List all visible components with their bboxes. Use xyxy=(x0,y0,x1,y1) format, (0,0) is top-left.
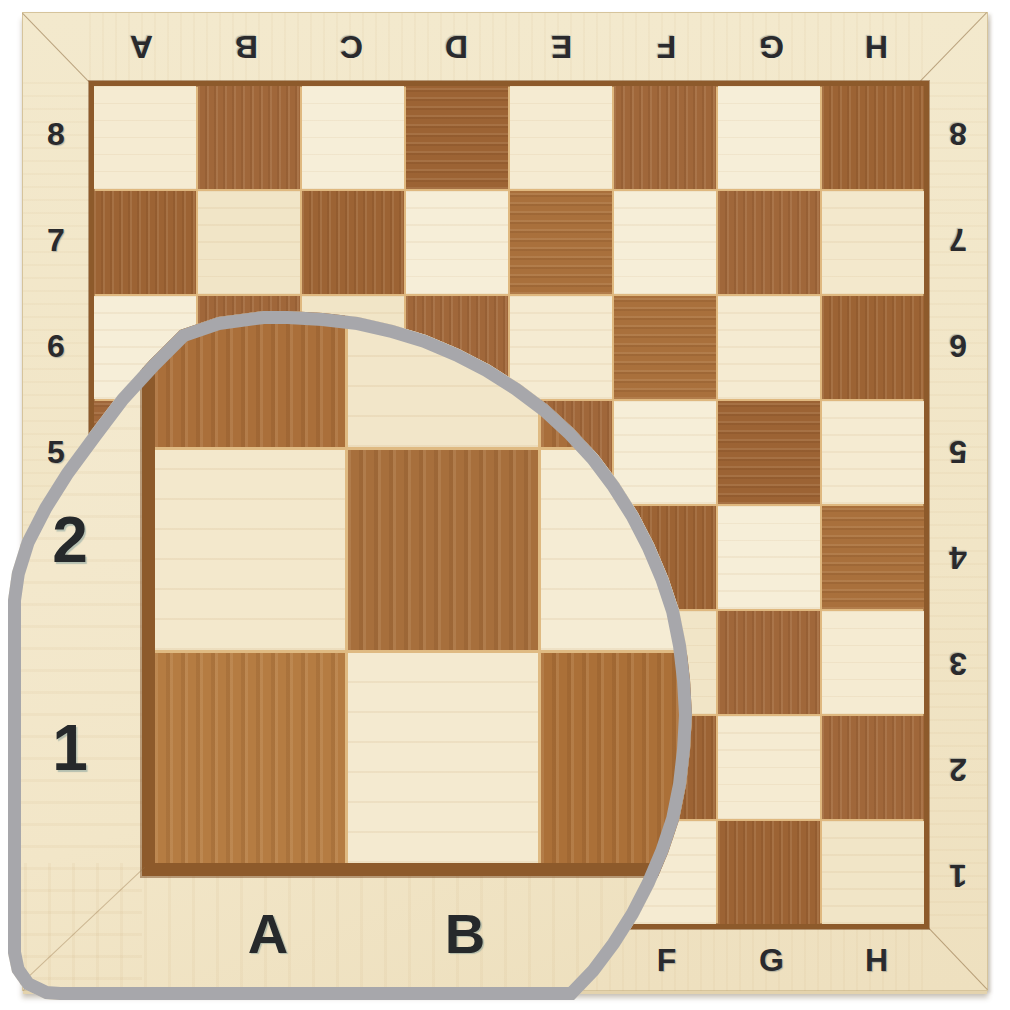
coord-top-f: F xyxy=(614,13,719,81)
coord-top-h: H xyxy=(824,13,929,81)
square-g2[interactable] xyxy=(718,716,820,819)
screenshot: ABCDEFGH ABCDEFGH 87654321 87654321 2 1 … xyxy=(0,0,1010,1010)
coord-bottom-f: F xyxy=(614,929,719,991)
coord-right-8: 8 xyxy=(929,81,987,187)
square-g5[interactable] xyxy=(718,401,820,504)
coord-left-8: 8 xyxy=(23,81,89,187)
inset-square-a2 xyxy=(155,450,345,650)
coord-right-1: 1 xyxy=(929,823,987,929)
inset-rank-label-2: 2 xyxy=(52,503,88,577)
coord-bottom-g: G xyxy=(719,929,824,991)
coord-top-d: D xyxy=(404,13,509,81)
square-f5[interactable] xyxy=(614,401,716,504)
square-e7[interactable] xyxy=(510,191,612,294)
coords-right: 87654321 xyxy=(929,81,987,929)
square-c7[interactable] xyxy=(302,191,404,294)
inset-rank-label-1: 1 xyxy=(52,711,88,785)
square-h7[interactable] xyxy=(822,191,924,294)
coord-left-6: 6 xyxy=(23,293,89,399)
square-d7[interactable] xyxy=(406,191,508,294)
square-h5[interactable] xyxy=(822,401,924,504)
frame-miter-top-left xyxy=(22,13,89,82)
inset-square-a1 xyxy=(155,653,345,863)
inset-file-label-a: A xyxy=(248,901,288,966)
coord-right-4: 4 xyxy=(929,505,987,611)
coord-top-a: A xyxy=(89,13,194,81)
coord-top-b: B xyxy=(194,13,299,81)
square-f6[interactable] xyxy=(614,296,716,399)
square-g1[interactable] xyxy=(718,821,820,924)
coords-top: ABCDEFGH xyxy=(89,13,929,81)
frame-miter-top-right xyxy=(920,12,987,81)
square-h4[interactable] xyxy=(822,506,924,609)
coord-top-g: G xyxy=(719,13,824,81)
inset-square-b2 xyxy=(348,450,538,650)
inset-frame-bevel xyxy=(20,538,21,985)
square-f7[interactable] xyxy=(614,191,716,294)
coord-right-2: 2 xyxy=(929,717,987,823)
square-h8[interactable] xyxy=(822,86,924,189)
inset-frame-bottom xyxy=(0,863,694,1002)
frame-miter-bottom-right xyxy=(927,926,988,990)
square-g7[interactable] xyxy=(718,191,820,294)
coord-right-6: 6 xyxy=(929,293,987,399)
square-d8[interactable] xyxy=(406,86,508,189)
square-g8[interactable] xyxy=(718,86,820,189)
square-c8[interactable] xyxy=(302,86,404,189)
inset-square-b1 xyxy=(348,653,538,863)
square-b7[interactable] xyxy=(198,191,300,294)
square-g3[interactable] xyxy=(718,611,820,714)
coord-right-5: 5 xyxy=(929,399,987,505)
square-h6[interactable] xyxy=(822,296,924,399)
coord-bottom-h: H xyxy=(824,929,929,991)
coord-top-c: C xyxy=(299,13,404,81)
square-b8[interactable] xyxy=(198,86,300,189)
square-g4[interactable] xyxy=(718,506,820,609)
square-e6[interactable] xyxy=(510,296,612,399)
square-g6[interactable] xyxy=(718,296,820,399)
coord-right-3: 3 xyxy=(929,611,987,717)
square-f8[interactable] xyxy=(614,86,716,189)
square-a7[interactable] xyxy=(94,191,196,294)
coord-right-7: 7 xyxy=(929,187,987,293)
coord-top-e: E xyxy=(509,13,614,81)
square-h2[interactable] xyxy=(822,716,924,819)
square-e8[interactable] xyxy=(510,86,612,189)
inset-file-label-b: B xyxy=(445,901,485,966)
square-h1[interactable] xyxy=(822,821,924,924)
square-h3[interactable] xyxy=(822,611,924,714)
coord-left-7: 7 xyxy=(23,187,89,293)
square-a8[interactable] xyxy=(94,86,196,189)
